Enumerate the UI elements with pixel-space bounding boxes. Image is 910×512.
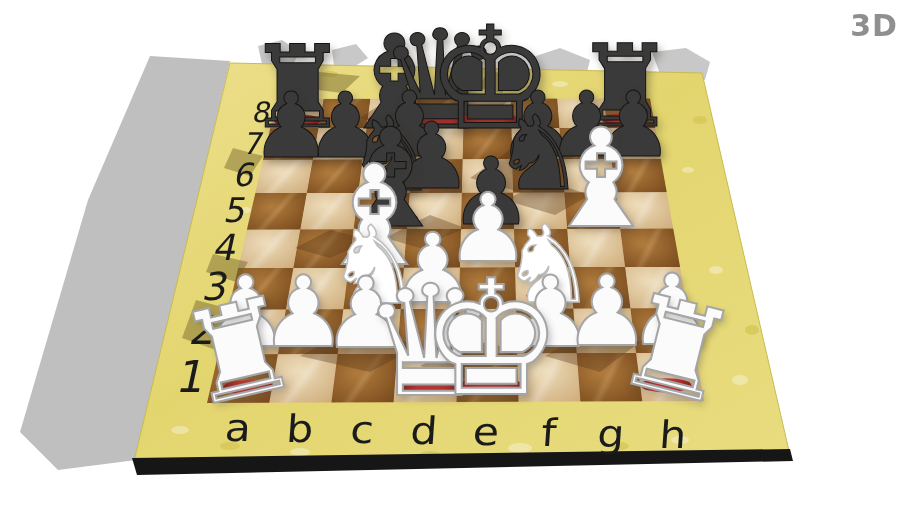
scene: 3D abcdefgh12345678♜♝♛♚♜♟♟♟♟♟♟♞♟♞♝♟♝♝♟♞♟… [0,0,910,512]
file-label-g: g [596,415,626,453]
king-glyph: ♚ [420,260,563,420]
3d-warehouse-watermark: 3D [850,8,898,43]
